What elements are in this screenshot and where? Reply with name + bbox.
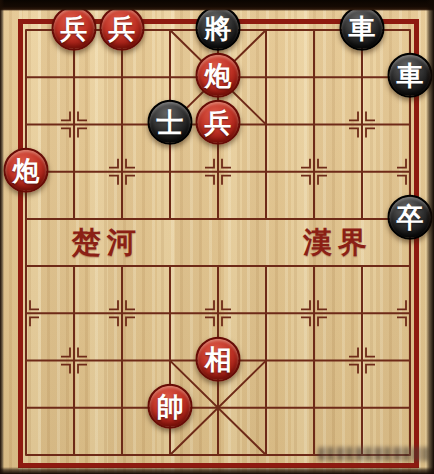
red-cannon[interactable]: 炮 [4, 147, 49, 192]
piece-glyph: 車 [349, 15, 376, 42]
piece-glyph: 兵 [61, 15, 88, 42]
watermark-smudge [318, 447, 430, 461]
black-advisor[interactable]: 士 [148, 100, 193, 145]
red-soldier[interactable]: 兵 [196, 100, 241, 145]
piece-glyph: 士 [157, 109, 184, 136]
red-soldier[interactable]: 兵 [52, 6, 97, 51]
red-general[interactable]: 帥 [148, 383, 193, 428]
piece-glyph: 兵 [109, 15, 136, 42]
black-general[interactable]: 將 [196, 6, 241, 51]
photo-edge-bottom [0, 467, 434, 474]
piece-glyph: 炮 [205, 62, 232, 89]
black-chariot[interactable]: 車 [340, 6, 385, 51]
piece-glyph: 車 [397, 62, 424, 89]
photo-edge-left [0, 0, 4, 474]
red-elephant[interactable]: 相 [196, 336, 241, 381]
red-cannon[interactable]: 炮 [196, 53, 241, 98]
piece-glyph: 將 [205, 15, 232, 42]
piece-glyph: 帥 [157, 392, 184, 419]
piece-glyph: 兵 [205, 109, 232, 136]
piece-glyph: 炮 [13, 156, 40, 183]
photo-edge-right [426, 0, 434, 474]
pieces-layer: 兵兵將車炮車士兵炮卒相帥 [0, 0, 434, 474]
photo-edge-top [0, 0, 434, 11]
red-soldier[interactable]: 兵 [100, 6, 145, 51]
piece-glyph: 卒 [397, 204, 424, 231]
board-photo: 楚河 漢界 兵兵將車炮車士兵炮卒相帥 [0, 0, 434, 474]
piece-glyph: 相 [205, 345, 232, 372]
